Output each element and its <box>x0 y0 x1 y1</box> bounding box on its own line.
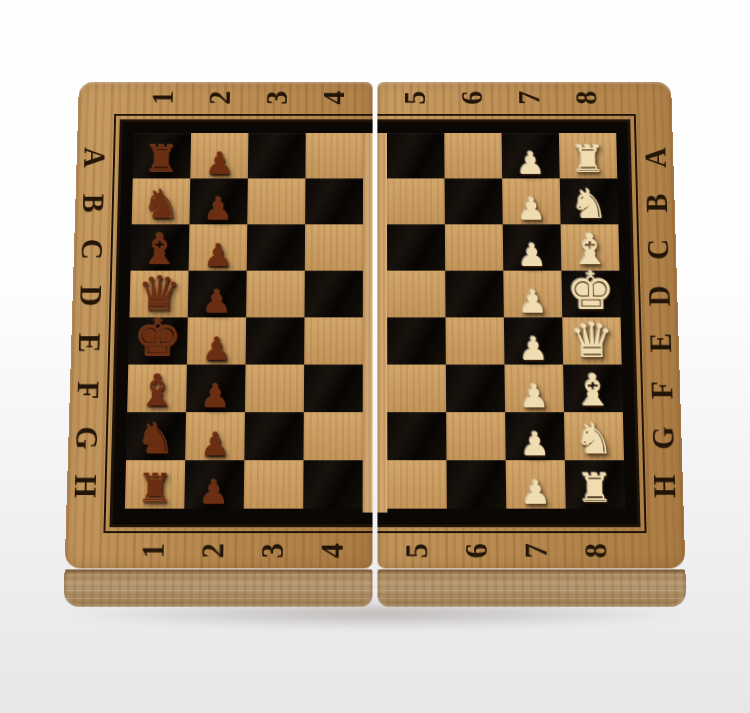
rank-label-top-6: 6 <box>453 80 491 116</box>
square-D7[interactable]: ♟ <box>503 271 562 318</box>
square-B2[interactable]: ♟ <box>189 178 247 224</box>
file-label-left-B: B <box>73 185 112 222</box>
file-label-left-D: D <box>70 277 110 314</box>
square-B4[interactable] <box>305 178 363 224</box>
piece-light-knight-b8[interactable]: ♞ <box>570 184 609 224</box>
square-C4[interactable] <box>305 224 363 270</box>
square-H1[interactable]: ♜ <box>125 460 185 508</box>
rank-label-bottom-2: 2 <box>193 531 233 570</box>
piece-light-rook-h8[interactable]: ♜ <box>576 469 613 509</box>
piece-dark-pawn-c2[interactable]: ♟ <box>203 239 233 271</box>
piece-dark-bishop-c1[interactable]: ♝ <box>140 228 181 271</box>
square-G4[interactable] <box>304 412 363 460</box>
product-photo-scene: ♜♟♞♟♝♟♛♟♚♟♝♟♞♟♜♟ 12341234ABCDEFGH ♟♜♟♞♟♝… <box>0 0 750 713</box>
piece-dark-rook-a1[interactable]: ♜ <box>144 141 180 178</box>
file-label-right-E: E <box>641 324 681 362</box>
piece-light-bishop-f8[interactable]: ♝ <box>572 368 613 412</box>
square-G8[interactable]: ♞ <box>564 412 624 460</box>
square-A7[interactable]: ♟ <box>502 133 560 178</box>
piece-dark-pawn-f2[interactable]: ♟ <box>201 380 231 412</box>
square-G6[interactable] <box>446 412 505 460</box>
rank-label-bottom-1: 1 <box>133 531 174 570</box>
square-H2[interactable]: ♟ <box>184 460 244 508</box>
square-C1[interactable]: ♝ <box>131 224 190 270</box>
square-A1[interactable]: ♜ <box>133 133 191 178</box>
square-D6[interactable] <box>445 271 504 318</box>
left-frame: ♜♟♞♟♝♟♛♟♚♟♝♟♞♟♜♟ <box>103 114 372 533</box>
piece-light-knight-g8[interactable]: ♞ <box>574 418 614 460</box>
piece-dark-knight-b1[interactable]: ♞ <box>142 184 181 224</box>
piece-dark-pawn-e2[interactable]: ♟ <box>201 332 231 364</box>
square-H8[interactable]: ♜ <box>565 460 625 508</box>
left-seam-edge <box>363 133 373 513</box>
square-A5[interactable] <box>387 133 445 178</box>
square-G7[interactable]: ♟ <box>505 412 565 460</box>
square-E6[interactable] <box>446 317 505 364</box>
square-G2[interactable]: ♟ <box>185 412 245 460</box>
square-C6[interactable] <box>445 224 503 270</box>
square-F8[interactable]: ♝ <box>563 365 623 413</box>
left-box-side <box>64 569 373 607</box>
piece-light-queen-e8[interactable]: ♛ <box>569 316 615 364</box>
piece-light-rook-a8[interactable]: ♜ <box>570 141 606 178</box>
square-G3[interactable] <box>244 412 303 460</box>
file-label-left-C: C <box>72 231 112 268</box>
piece-dark-rook-h1[interactable]: ♜ <box>136 469 173 509</box>
rank-label-top-2: 2 <box>201 80 240 116</box>
square-F2[interactable]: ♟ <box>186 365 245 413</box>
square-F4[interactable] <box>304 365 363 413</box>
piece-dark-pawn-a2[interactable]: ♟ <box>204 147 234 178</box>
right-board-grid: ♟♜♟♞♟♝♟♚♟♛♟♝♟♞♟♜ <box>387 133 625 509</box>
piece-light-pawn-a7[interactable]: ♟ <box>516 147 546 178</box>
board-left-half: ♜♟♞♟♝♟♛♟♚♟♝♟♞♟♜♟ 12341234ABCDEFGH <box>65 82 373 569</box>
file-label-right-B: B <box>638 185 677 222</box>
square-D4[interactable] <box>304 271 362 318</box>
square-F6[interactable] <box>446 365 505 413</box>
rank-label-top-8: 8 <box>567 80 606 116</box>
piece-light-pawn-d7[interactable]: ♟ <box>518 286 548 318</box>
right-frame: ♟♜♟♞♟♝♟♚♟♛♟♝♟♞♟♜ <box>377 114 646 533</box>
square-B8[interactable]: ♞ <box>560 178 619 224</box>
rank-label-bottom-3: 3 <box>253 531 293 570</box>
square-A8[interactable]: ♜ <box>559 133 617 178</box>
square-B5[interactable] <box>387 178 445 224</box>
square-C7[interactable]: ♟ <box>503 224 562 270</box>
rank-label-bottom-7: 7 <box>516 531 556 570</box>
square-C5[interactable] <box>387 224 445 270</box>
file-label-left-E: E <box>69 324 109 362</box>
square-E4[interactable] <box>304 317 363 364</box>
piece-light-pawn-c7[interactable]: ♟ <box>517 239 547 271</box>
square-D3[interactable] <box>246 271 305 318</box>
piece-dark-bishop-f1[interactable]: ♝ <box>136 368 177 412</box>
square-E7[interactable]: ♟ <box>504 317 563 364</box>
square-H7[interactable]: ♟ <box>506 460 566 508</box>
piece-dark-pawn-h2[interactable]: ♟ <box>199 476 230 509</box>
rank-label-top-3: 3 <box>258 80 296 116</box>
file-label-right-D: D <box>640 277 680 314</box>
rank-label-bottom-5: 5 <box>397 531 437 570</box>
chess-board: ♜♟♞♟♝♟♛♟♚♟♝♟♞♟♜♟ 12341234ABCDEFGH ♟♜♟♞♟♝… <box>65 82 686 569</box>
square-B7[interactable]: ♟ <box>502 178 560 224</box>
box-side-panels <box>64 569 687 607</box>
rank-label-bottom-8: 8 <box>576 531 617 570</box>
rank-label-top-1: 1 <box>144 80 183 116</box>
piece-dark-pawn-b2[interactable]: ♟ <box>204 193 234 224</box>
square-E2[interactable]: ♟ <box>187 317 246 364</box>
square-H4[interactable] <box>303 460 363 508</box>
square-A2[interactable]: ♟ <box>190 133 248 178</box>
square-H6[interactable] <box>446 460 506 508</box>
square-A6[interactable] <box>444 133 502 178</box>
file-label-left-H: H <box>64 467 105 506</box>
square-E8[interactable]: ♛ <box>562 317 621 364</box>
piece-light-pawn-f7[interactable]: ♟ <box>519 380 549 412</box>
rank-label-bottom-4: 4 <box>313 531 353 570</box>
piece-light-pawn-b7[interactable]: ♟ <box>517 193 547 224</box>
square-F3[interactable] <box>245 365 304 413</box>
square-B6[interactable] <box>445 178 503 224</box>
rank-label-top-7: 7 <box>510 80 549 116</box>
square-F5[interactable] <box>387 365 446 413</box>
square-E5[interactable] <box>387 317 446 364</box>
square-B1[interactable]: ♞ <box>132 178 191 224</box>
file-label-right-H: H <box>645 467 686 506</box>
file-label-right-C: C <box>639 231 679 268</box>
right-box-side <box>377 569 686 607</box>
square-F7[interactable]: ♟ <box>504 365 563 413</box>
square-A4[interactable] <box>305 133 363 178</box>
file-label-left-G: G <box>66 419 106 457</box>
folding-chess-board: ♜♟♞♟♝♟♛♟♚♟♝♟♞♟♜♟ 12341234ABCDEFGH ♟♜♟♞♟♝… <box>64 82 687 607</box>
rank-label-top-5: 5 <box>396 80 434 116</box>
square-H5[interactable] <box>387 460 447 508</box>
right-playing-field: ♟♜♟♞♟♝♟♚♟♛♟♝♟♞♟♜ <box>377 119 640 527</box>
square-C2[interactable]: ♟ <box>189 224 248 270</box>
square-D8[interactable]: ♚ <box>561 271 620 318</box>
piece-light-pawn-h7[interactable]: ♟ <box>520 476 551 509</box>
piece-light-king-d8[interactable]: ♚ <box>566 265 616 317</box>
square-H3[interactable] <box>244 460 304 508</box>
file-label-left-F: F <box>67 371 107 409</box>
piece-dark-king-e1[interactable]: ♚ <box>133 312 183 365</box>
square-C3[interactable] <box>247 224 305 270</box>
piece-light-pawn-g7[interactable]: ♟ <box>520 427 551 460</box>
square-D5[interactable] <box>387 271 445 318</box>
board-right-half: ♟♜♟♞♟♝♟♚♟♛♟♝♟♞♟♜ 56785678ABCDEFGH <box>377 82 685 569</box>
square-G1[interactable]: ♞ <box>126 412 186 460</box>
piece-dark-knight-g1[interactable]: ♞ <box>136 418 176 460</box>
file-label-right-F: F <box>642 371 682 409</box>
file-label-left-A: A <box>74 139 113 175</box>
square-A3[interactable] <box>248 133 306 178</box>
square-E3[interactable] <box>246 317 305 364</box>
square-D2[interactable]: ♟ <box>188 271 247 318</box>
rank-label-bottom-6: 6 <box>457 531 497 570</box>
square-G5[interactable] <box>387 412 446 460</box>
rank-label-top-4: 4 <box>315 80 353 116</box>
square-E1[interactable]: ♚ <box>128 317 187 364</box>
square-B3[interactable] <box>247 178 305 224</box>
piece-dark-pawn-d2[interactable]: ♟ <box>202 286 232 318</box>
left-playing-field: ♜♟♞♟♝♟♛♟♚♟♝♟♞♟♜♟ <box>110 119 373 527</box>
file-label-right-A: A <box>636 139 675 175</box>
piece-dark-pawn-g2[interactable]: ♟ <box>200 427 231 460</box>
right-seam-edge <box>377 133 387 513</box>
square-F1[interactable]: ♝ <box>127 365 187 413</box>
piece-light-pawn-e7[interactable]: ♟ <box>518 332 548 364</box>
file-label-right-G: G <box>644 419 684 457</box>
left-board-grid: ♜♟♞♟♝♟♛♟♚♟♝♟♞♟♜♟ <box>125 133 363 509</box>
